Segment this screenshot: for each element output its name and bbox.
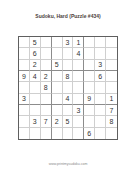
- sudoku-cell[interactable]: 3: [19, 94, 30, 105]
- sudoku-cell[interactable]: [52, 37, 63, 48]
- sudoku-cell[interactable]: [63, 82, 74, 93]
- sudoku-cell[interactable]: 8: [41, 82, 52, 93]
- sudoku-cell[interactable]: 1: [73, 37, 84, 48]
- sudoku-cell[interactable]: [106, 128, 117, 139]
- sudoku-cell[interactable]: [30, 94, 41, 105]
- sudoku-cell[interactable]: [52, 105, 63, 116]
- sudoku-cell[interactable]: 4: [63, 94, 74, 105]
- sudoku-cell[interactable]: [63, 48, 74, 59]
- sudoku-cell[interactable]: [52, 48, 63, 59]
- sudoku-cell[interactable]: 5: [52, 60, 63, 71]
- sudoku-cell[interactable]: 1: [106, 94, 117, 105]
- sudoku-cell[interactable]: 4: [30, 71, 41, 82]
- sudoku-cell[interactable]: 3: [95, 60, 106, 71]
- sudoku-cell[interactable]: [84, 37, 95, 48]
- sudoku-cell[interactable]: [106, 71, 117, 82]
- sudoku-cell[interactable]: [41, 60, 52, 71]
- sudoku-cell[interactable]: [95, 48, 106, 59]
- sudoku-cell[interactable]: 4: [73, 48, 84, 59]
- sudoku-cell[interactable]: [19, 37, 30, 48]
- sudoku-cell[interactable]: [84, 116, 95, 127]
- sudoku-cell[interactable]: [73, 71, 84, 82]
- sudoku-cell[interactable]: [84, 82, 95, 93]
- sudoku-cell[interactable]: [95, 116, 106, 127]
- sudoku-cell[interactable]: [95, 37, 106, 48]
- sudoku-cell[interactable]: [19, 48, 30, 59]
- sudoku-cell[interactable]: [19, 60, 30, 71]
- sudoku-cell[interactable]: [41, 105, 52, 116]
- sudoku-cell[interactable]: [63, 60, 74, 71]
- sudoku-cell[interactable]: [73, 94, 84, 105]
- sudoku-cell[interactable]: [30, 128, 41, 139]
- sudoku-cell[interactable]: [41, 128, 52, 139]
- sudoku-cell[interactable]: [30, 82, 41, 93]
- sudoku-cell[interactable]: 3: [30, 116, 41, 127]
- sudoku-cell[interactable]: 6: [84, 128, 95, 139]
- sudoku-cell[interactable]: [106, 37, 117, 48]
- sudoku-cell[interactable]: [63, 128, 74, 139]
- sudoku-cell[interactable]: [41, 37, 52, 48]
- sudoku-cell[interactable]: [73, 82, 84, 93]
- sudoku-cell[interactable]: [95, 128, 106, 139]
- sudoku-cell[interactable]: 8: [106, 116, 117, 127]
- sudoku-cell[interactable]: 7: [106, 105, 117, 116]
- sudoku-cell[interactable]: [84, 105, 95, 116]
- sudoku-cell[interactable]: 9: [19, 71, 30, 82]
- sudoku-cell[interactable]: 2: [30, 60, 41, 71]
- sudoku-cell[interactable]: [73, 60, 84, 71]
- sudoku-cell[interactable]: [52, 128, 63, 139]
- sudoku-cell[interactable]: 8: [63, 71, 74, 82]
- sudoku-cell[interactable]: [95, 105, 106, 116]
- sudoku-cell[interactable]: 3: [63, 37, 74, 48]
- sudoku-cell[interactable]: [41, 94, 52, 105]
- sudoku-cell[interactable]: [106, 48, 117, 59]
- sudoku-cell[interactable]: 3: [73, 105, 84, 116]
- sudoku-cell[interactable]: 2: [52, 116, 63, 127]
- sudoku-cell[interactable]: [63, 105, 74, 116]
- sudoku-cell[interactable]: [19, 128, 30, 139]
- sudoku-cell[interactable]: [95, 82, 106, 93]
- sudoku-cell[interactable]: 7: [41, 116, 52, 127]
- sudoku-cell[interactable]: [84, 60, 95, 71]
- sudoku-cell[interactable]: 5: [30, 37, 41, 48]
- sudoku-cell[interactable]: [52, 94, 63, 105]
- sudoku-cell[interactable]: [52, 71, 63, 82]
- puzzle-title: Sudoku, Hard (Puzzle #434): [35, 13, 100, 19]
- sudoku-cell[interactable]: [106, 82, 117, 93]
- sudoku-cell[interactable]: [84, 71, 95, 82]
- sudoku-cell[interactable]: [52, 82, 63, 93]
- sudoku-cell[interactable]: [19, 82, 30, 93]
- sudoku-cell[interactable]: 2: [41, 71, 52, 82]
- sudoku-cell[interactable]: [84, 48, 95, 59]
- sudoku-cell[interactable]: [73, 116, 84, 127]
- sudoku-grid: 53164253942868349137372586: [18, 36, 118, 140]
- footer-url: www.printmysudoku.com: [49, 162, 88, 166]
- sudoku-cell[interactable]: [95, 94, 106, 105]
- sudoku-cell[interactable]: [19, 116, 30, 127]
- sudoku-cell[interactable]: 5: [63, 116, 74, 127]
- sudoku-cell[interactable]: [106, 60, 117, 71]
- sudoku-cell[interactable]: [73, 128, 84, 139]
- sudoku-cell[interactable]: [19, 105, 30, 116]
- sudoku-cell[interactable]: 9: [84, 94, 95, 105]
- page: Sudoku, Hard (Puzzle #434) 5316425394286…: [0, 0, 136, 176]
- sudoku-cell[interactable]: 6: [30, 48, 41, 59]
- sudoku-cell[interactable]: [30, 105, 41, 116]
- sudoku-cell[interactable]: 6: [95, 71, 106, 82]
- sudoku-cell[interactable]: [41, 48, 52, 59]
